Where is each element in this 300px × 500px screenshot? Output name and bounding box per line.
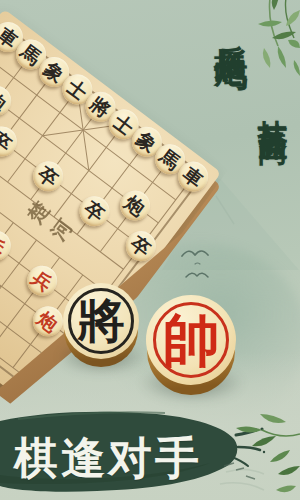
calligraphy-column-1: 兵挺炮鸣: [208, 18, 253, 38]
bamboo-leaves-bottom-icon: [216, 406, 300, 500]
red-general-piece: 帥: [146, 295, 236, 399]
piece-face: 帥: [146, 295, 236, 385]
splash-screen: 楚河 漢界 車馬象士將士象馬車炮炮卒卒卒卒卒兵兵兵兵兵炮炮 將 帥: [0, 0, 300, 500]
banner-title: 棋逢对手: [14, 429, 202, 488]
calligraphy-column-2: 技艺盖世间: [253, 96, 293, 116]
bamboo-leaves-icon: [228, 0, 300, 82]
black-general-piece: 將: [63, 283, 139, 371]
piece-face: 將: [63, 283, 139, 359]
red-general-glyph: 帥: [163, 311, 220, 368]
black-general-glyph: 將: [78, 297, 125, 344]
